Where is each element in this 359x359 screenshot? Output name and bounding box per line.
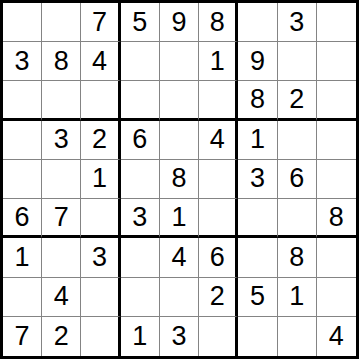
cell-r7c5[interactable]: 4 <box>160 238 199 277</box>
cell-r9c1[interactable]: 7 <box>3 317 42 356</box>
cell-r7c1[interactable]: 1 <box>3 238 42 277</box>
cell-r8c6[interactable]: 2 <box>199 278 238 317</box>
cell-r8c9[interactable] <box>317 278 356 317</box>
cell-r2c6[interactable]: 1 <box>199 42 238 81</box>
cell-r5c6[interactable] <box>199 160 238 199</box>
cell-r9c2[interactable]: 2 <box>42 317 81 356</box>
cell-r4c9[interactable] <box>317 121 356 160</box>
cell-r7c4[interactable] <box>121 238 160 277</box>
cell-r8c8[interactable]: 1 <box>278 278 317 317</box>
cell-r3c3[interactable] <box>81 81 120 120</box>
cell-r2c3[interactable]: 4 <box>81 42 120 81</box>
cell-r1c8[interactable]: 3 <box>278 3 317 42</box>
cell-r6c7[interactable] <box>238 199 277 238</box>
cell-r1c1[interactable] <box>3 3 42 42</box>
cell-r5c8[interactable]: 6 <box>278 160 317 199</box>
cell-r8c7[interactable]: 5 <box>238 278 277 317</box>
cell-r3c1[interactable] <box>3 81 42 120</box>
cell-r8c3[interactable] <box>81 278 120 317</box>
cell-r5c9[interactable] <box>317 160 356 199</box>
cell-r5c7[interactable]: 3 <box>238 160 277 199</box>
cell-r1c5[interactable]: 9 <box>160 3 199 42</box>
cell-r7c8[interactable]: 8 <box>278 238 317 277</box>
cell-r9c6[interactable] <box>199 317 238 356</box>
cell-r5c1[interactable] <box>3 160 42 199</box>
cell-r2c1[interactable]: 3 <box>3 42 42 81</box>
sudoku-board: 7 5 9 8 3 3 8 4 1 9 8 2 3 2 6 4 1 <box>0 0 359 359</box>
cell-r4c5[interactable] <box>160 121 199 160</box>
cell-r3c7[interactable]: 8 <box>238 81 277 120</box>
cell-r6c9[interactable]: 8 <box>317 199 356 238</box>
cell-r4c1[interactable] <box>3 121 42 160</box>
sudoku-page: 7 5 9 8 3 3 8 4 1 9 8 2 3 2 6 4 1 <box>0 0 359 359</box>
cell-r8c4[interactable] <box>121 278 160 317</box>
cell-r7c3[interactable]: 3 <box>81 238 120 277</box>
cell-r6c4[interactable]: 3 <box>121 199 160 238</box>
cell-r5c2[interactable] <box>42 160 81 199</box>
cell-r7c9[interactable] <box>317 238 356 277</box>
cell-r3c5[interactable] <box>160 81 199 120</box>
cell-r7c2[interactable] <box>42 238 81 277</box>
cell-r3c9[interactable] <box>317 81 356 120</box>
cell-r3c6[interactable] <box>199 81 238 120</box>
cell-r4c2[interactable]: 3 <box>42 121 81 160</box>
cell-r6c6[interactable] <box>199 199 238 238</box>
cell-r9c7[interactable] <box>238 317 277 356</box>
cell-r5c3[interactable]: 1 <box>81 160 120 199</box>
cell-r1c6[interactable]: 8 <box>199 3 238 42</box>
cell-r7c6[interactable]: 6 <box>199 238 238 277</box>
cell-r8c2[interactable]: 4 <box>42 278 81 317</box>
cell-r2c8[interactable] <box>278 42 317 81</box>
cell-r9c9[interactable]: 4 <box>317 317 356 356</box>
cell-r9c3[interactable] <box>81 317 120 356</box>
cell-r4c6[interactable]: 4 <box>199 121 238 160</box>
cell-r7c7[interactable] <box>238 238 277 277</box>
cell-r5c5[interactable]: 8 <box>160 160 199 199</box>
cell-r3c2[interactable] <box>42 81 81 120</box>
cell-r3c4[interactable] <box>121 81 160 120</box>
cell-r2c4[interactable] <box>121 42 160 81</box>
cell-r1c4[interactable]: 5 <box>121 3 160 42</box>
cell-r4c8[interactable] <box>278 121 317 160</box>
cell-r6c8[interactable] <box>278 199 317 238</box>
cell-r1c3[interactable]: 7 <box>81 3 120 42</box>
cell-r2c5[interactable] <box>160 42 199 81</box>
cell-r3c8[interactable]: 2 <box>278 81 317 120</box>
cell-r1c2[interactable] <box>42 3 81 42</box>
cell-r6c1[interactable]: 6 <box>3 199 42 238</box>
cell-r2c2[interactable]: 8 <box>42 42 81 81</box>
cell-r6c5[interactable]: 1 <box>160 199 199 238</box>
cell-r2c7[interactable]: 9 <box>238 42 277 81</box>
cell-r6c2[interactable]: 7 <box>42 199 81 238</box>
cell-r9c8[interactable] <box>278 317 317 356</box>
cell-r8c1[interactable] <box>3 278 42 317</box>
cell-r2c9[interactable] <box>317 42 356 81</box>
cell-r4c4[interactable]: 6 <box>121 121 160 160</box>
cell-r5c4[interactable] <box>121 160 160 199</box>
cell-r1c7[interactable] <box>238 3 277 42</box>
cell-r6c3[interactable] <box>81 199 120 238</box>
cell-r4c7[interactable]: 1 <box>238 121 277 160</box>
cell-r4c3[interactable]: 2 <box>81 121 120 160</box>
cell-r8c5[interactable] <box>160 278 199 317</box>
cell-r1c9[interactable] <box>317 3 356 42</box>
cell-r9c4[interactable]: 1 <box>121 317 160 356</box>
cell-r9c5[interactable]: 3 <box>160 317 199 356</box>
